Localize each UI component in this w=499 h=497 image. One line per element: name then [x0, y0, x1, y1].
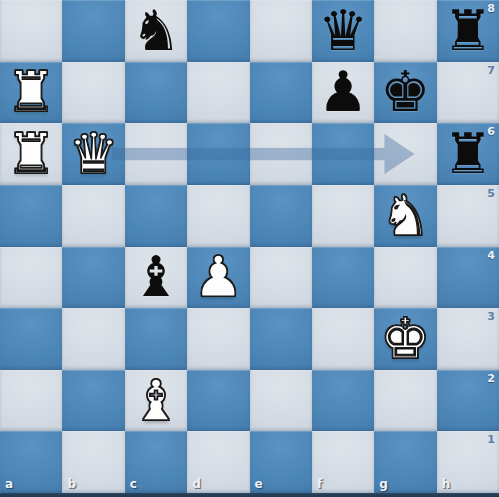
- square-h8[interactable]: 8♜: [437, 0, 499, 62]
- square-g8[interactable]: [374, 0, 436, 62]
- file-label-e: e: [255, 477, 263, 491]
- rank-label-3: 3: [487, 310, 495, 323]
- square-c1[interactable]: c: [125, 431, 187, 493]
- board-bottom-edge: [0, 493, 499, 497]
- piece-white-pawn[interactable]: ♟: [187, 247, 249, 309]
- file-label-a: a: [5, 477, 13, 491]
- square-b5[interactable]: [62, 185, 124, 247]
- square-g5[interactable]: ♞: [374, 185, 436, 247]
- piece-white-rook[interactable]: ♜: [0, 123, 62, 185]
- square-f7[interactable]: ♟: [312, 62, 374, 124]
- square-f4[interactable]: [312, 247, 374, 309]
- piece-black-king[interactable]: ♚: [374, 62, 436, 124]
- chess-board: ♞♛8♜♜♟♚7♜♛6♜♞5♝♟4♚3♝2abcdefg1h: [0, 0, 499, 497]
- square-g7[interactable]: ♚: [374, 62, 436, 124]
- square-d4[interactable]: ♟: [187, 247, 249, 309]
- square-f5[interactable]: [312, 185, 374, 247]
- square-a2[interactable]: [0, 370, 62, 432]
- piece-white-rook[interactable]: ♜: [0, 62, 62, 124]
- rank-label-6: 6: [487, 125, 495, 138]
- file-label-c: c: [130, 477, 137, 491]
- square-a7[interactable]: ♜: [0, 62, 62, 124]
- rank-label-1: 1: [487, 433, 495, 446]
- square-f2[interactable]: [312, 370, 374, 432]
- square-a6[interactable]: ♜: [0, 123, 62, 185]
- file-label-d: d: [192, 477, 201, 491]
- square-e6[interactable]: [250, 123, 312, 185]
- square-b1[interactable]: b: [62, 431, 124, 493]
- piece-white-knight[interactable]: ♞: [374, 185, 436, 247]
- square-g6[interactable]: [374, 123, 436, 185]
- piece-black-bishop[interactable]: ♝: [125, 247, 187, 309]
- square-f1[interactable]: f: [312, 431, 374, 493]
- square-d8[interactable]: [187, 0, 249, 62]
- file-label-h: h: [442, 477, 451, 491]
- square-f6[interactable]: [312, 123, 374, 185]
- square-d7[interactable]: [187, 62, 249, 124]
- square-e5[interactable]: [250, 185, 312, 247]
- square-b7[interactable]: [62, 62, 124, 124]
- square-b3[interactable]: [62, 308, 124, 370]
- piece-white-queen[interactable]: ♛: [62, 123, 124, 185]
- square-g2[interactable]: [374, 370, 436, 432]
- square-b2[interactable]: [62, 370, 124, 432]
- square-g4[interactable]: [374, 247, 436, 309]
- square-a4[interactable]: [0, 247, 62, 309]
- square-b6[interactable]: ♛: [62, 123, 124, 185]
- piece-white-bishop[interactable]: ♝: [125, 370, 187, 432]
- square-h6[interactable]: 6♜: [437, 123, 499, 185]
- square-d5[interactable]: [187, 185, 249, 247]
- rank-label-8: 8: [487, 2, 495, 15]
- rank-label-4: 4: [487, 249, 495, 262]
- square-e3[interactable]: [250, 308, 312, 370]
- square-e2[interactable]: [250, 370, 312, 432]
- square-c2[interactable]: ♝: [125, 370, 187, 432]
- square-a5[interactable]: [0, 185, 62, 247]
- file-label-b: b: [67, 477, 76, 491]
- square-b8[interactable]: [62, 0, 124, 62]
- square-e7[interactable]: [250, 62, 312, 124]
- square-f8[interactable]: ♛: [312, 0, 374, 62]
- square-h3[interactable]: 3: [437, 308, 499, 370]
- square-e8[interactable]: [250, 0, 312, 62]
- square-h2[interactable]: 2: [437, 370, 499, 432]
- square-d3[interactable]: [187, 308, 249, 370]
- resize-handle[interactable]: [486, 480, 498, 492]
- board-grid: ♞♛8♜♜♟♚7♜♛6♜♞5♝♟4♚3♝2abcdefg1h: [0, 0, 499, 493]
- file-label-f: f: [317, 477, 322, 491]
- file-label-g: g: [379, 477, 388, 491]
- square-d1[interactable]: d: [187, 431, 249, 493]
- square-e4[interactable]: [250, 247, 312, 309]
- square-d2[interactable]: [187, 370, 249, 432]
- square-e1[interactable]: e: [250, 431, 312, 493]
- rank-label-5: 5: [487, 187, 495, 200]
- square-c7[interactable]: [125, 62, 187, 124]
- square-c4[interactable]: ♝: [125, 247, 187, 309]
- square-a1[interactable]: a: [0, 431, 62, 493]
- piece-black-queen[interactable]: ♛: [312, 0, 374, 62]
- square-c3[interactable]: [125, 308, 187, 370]
- square-d6[interactable]: [187, 123, 249, 185]
- rank-label-2: 2: [487, 372, 495, 385]
- square-b4[interactable]: [62, 247, 124, 309]
- piece-black-knight[interactable]: ♞: [125, 0, 187, 62]
- square-h5[interactable]: 5: [437, 185, 499, 247]
- rank-label-7: 7: [487, 64, 495, 77]
- square-a8[interactable]: [0, 0, 62, 62]
- piece-black-pawn[interactable]: ♟: [312, 62, 374, 124]
- square-h7[interactable]: 7: [437, 62, 499, 124]
- square-g3[interactable]: ♚: [374, 308, 436, 370]
- square-h4[interactable]: 4: [437, 247, 499, 309]
- square-f3[interactable]: [312, 308, 374, 370]
- square-c6[interactable]: [125, 123, 187, 185]
- square-a3[interactable]: [0, 308, 62, 370]
- square-c5[interactable]: [125, 185, 187, 247]
- square-c8[interactable]: ♞: [125, 0, 187, 62]
- square-g1[interactable]: g: [374, 431, 436, 493]
- piece-white-king[interactable]: ♚: [374, 308, 436, 370]
